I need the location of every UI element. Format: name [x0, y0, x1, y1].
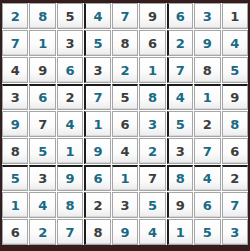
cell-r3c1[interactable]: 4 — [2, 57, 28, 83]
cell-r5c1[interactable]: 9 — [2, 111, 28, 137]
cell-r7c6[interactable]: 7 — [139, 165, 165, 191]
cell-r9c3[interactable]: 7 — [57, 219, 83, 245]
cell-r1c1[interactable]: 2 — [2, 3, 28, 29]
cell-r4c1[interactable]: 3 — [2, 84, 28, 110]
cell-r1c3[interactable]: 5 — [57, 3, 83, 29]
cell-r9c5[interactable]: 9 — [112, 219, 138, 245]
cell-r5c9[interactable]: 8 — [222, 111, 248, 137]
cell-r4c4[interactable]: 7 — [84, 84, 110, 110]
cell-r1c4[interactable]: 4 — [84, 3, 110, 29]
cell-r9c7[interactable]: 1 — [167, 219, 193, 245]
cell-r6c6[interactable]: 2 — [139, 138, 165, 164]
cell-r8c3[interactable]: 8 — [57, 192, 83, 218]
cell-r8c6[interactable]: 5 — [139, 192, 165, 218]
sudoku-board: 2854796317135862944963217853627584199741… — [1, 2, 249, 246]
cell-r9c4[interactable]: 8 — [84, 219, 110, 245]
cell-r6c3[interactable]: 1 — [57, 138, 83, 164]
cell-r3c3[interactable]: 6 — [57, 57, 83, 83]
cell-r1c5[interactable]: 7 — [112, 3, 138, 29]
cell-r2c2[interactable]: 1 — [29, 30, 55, 56]
cell-r2c9[interactable]: 4 — [222, 30, 248, 56]
cell-r7c3[interactable]: 9 — [57, 165, 83, 191]
cell-r5c8[interactable]: 2 — [194, 111, 220, 137]
cell-r7c4[interactable]: 6 — [84, 165, 110, 191]
cell-r6c7[interactable]: 3 — [167, 138, 193, 164]
cell-r8c7[interactable]: 9 — [167, 192, 193, 218]
cell-r5c4[interactable]: 1 — [84, 111, 110, 137]
cell-r9c6[interactable]: 4 — [139, 219, 165, 245]
cell-r9c2[interactable]: 2 — [29, 219, 55, 245]
cell-r2c7[interactable]: 2 — [167, 30, 193, 56]
cell-r1c8[interactable]: 3 — [194, 3, 220, 29]
cell-r8c1[interactable]: 1 — [2, 192, 28, 218]
cell-r6c1[interactable]: 8 — [2, 138, 28, 164]
cell-r4c2[interactable]: 6 — [29, 84, 55, 110]
cell-r6c5[interactable]: 4 — [112, 138, 138, 164]
cell-r8c9[interactable]: 7 — [222, 192, 248, 218]
cell-r7c5[interactable]: 1 — [112, 165, 138, 191]
cell-r3c5[interactable]: 2 — [112, 57, 138, 83]
cell-r3c9[interactable]: 5 — [222, 57, 248, 83]
cell-r3c6[interactable]: 1 — [139, 57, 165, 83]
cell-r4c5[interactable]: 5 — [112, 84, 138, 110]
cell-r2c4[interactable]: 5 — [84, 30, 110, 56]
sudoku-app: 2854796317135862944963217853627584199741… — [0, 0, 250, 251]
cell-r5c6[interactable]: 3 — [139, 111, 165, 137]
cell-r8c5[interactable]: 3 — [112, 192, 138, 218]
cell-r7c8[interactable]: 4 — [194, 165, 220, 191]
cell-r5c2[interactable]: 7 — [29, 111, 55, 137]
cell-r2c6[interactable]: 6 — [139, 30, 165, 56]
cell-r7c9[interactable]: 2 — [222, 165, 248, 191]
cell-r1c2[interactable]: 8 — [29, 3, 55, 29]
cell-r9c1[interactable]: 6 — [2, 219, 28, 245]
cell-r5c3[interactable]: 4 — [57, 111, 83, 137]
cell-r6c4[interactable]: 9 — [84, 138, 110, 164]
cell-r1c9[interactable]: 1 — [222, 3, 248, 29]
cell-r4c3[interactable]: 2 — [57, 84, 83, 110]
cell-r6c8[interactable]: 7 — [194, 138, 220, 164]
cell-r2c8[interactable]: 9 — [194, 30, 220, 56]
cell-r7c1[interactable]: 5 — [2, 165, 28, 191]
cell-r6c2[interactable]: 5 — [29, 138, 55, 164]
cell-r7c2[interactable]: 3 — [29, 165, 55, 191]
cell-r4c9[interactable]: 9 — [222, 84, 248, 110]
cell-r7c7[interactable]: 8 — [167, 165, 193, 191]
cell-r1c6[interactable]: 9 — [139, 3, 165, 29]
cell-r3c8[interactable]: 8 — [194, 57, 220, 83]
cell-r2c5[interactable]: 8 — [112, 30, 138, 56]
cell-r4c7[interactable]: 4 — [167, 84, 193, 110]
cell-r6c9[interactable]: 6 — [222, 138, 248, 164]
cell-r9c9[interactable]: 3 — [222, 219, 248, 245]
cell-r3c7[interactable]: 7 — [167, 57, 193, 83]
cell-r5c7[interactable]: 5 — [167, 111, 193, 137]
cell-r2c3[interactable]: 3 — [57, 30, 83, 56]
cell-r1c7[interactable]: 6 — [167, 3, 193, 29]
cell-r3c4[interactable]: 3 — [84, 57, 110, 83]
cell-r8c4[interactable]: 2 — [84, 192, 110, 218]
cell-r3c2[interactable]: 9 — [29, 57, 55, 83]
cell-r5c5[interactable]: 6 — [112, 111, 138, 137]
cell-r4c8[interactable]: 1 — [194, 84, 220, 110]
cell-r4c6[interactable]: 8 — [139, 84, 165, 110]
cell-r8c2[interactable]: 4 — [29, 192, 55, 218]
cell-r8c8[interactable]: 6 — [194, 192, 220, 218]
cell-r9c8[interactable]: 5 — [194, 219, 220, 245]
cell-r2c1[interactable]: 7 — [2, 30, 28, 56]
